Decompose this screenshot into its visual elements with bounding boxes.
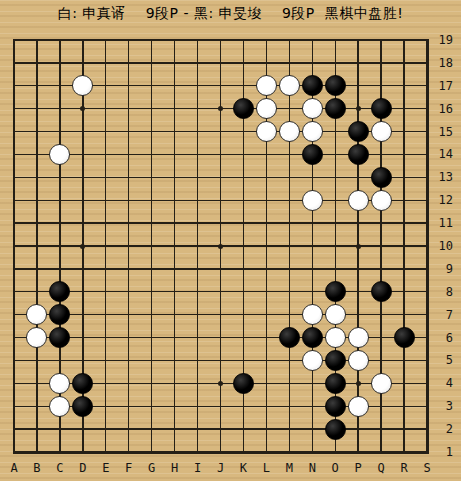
stone-white[interactable] — [302, 350, 323, 371]
column-label: M — [280, 461, 298, 475]
stone-white[interactable] — [348, 396, 369, 417]
stone-black[interactable] — [371, 281, 392, 302]
stone-black[interactable] — [325, 419, 346, 440]
stone-white[interactable] — [256, 98, 277, 119]
stone-white[interactable] — [348, 327, 369, 348]
stone-white[interactable] — [348, 190, 369, 211]
column-label: L — [257, 461, 275, 475]
stone-black[interactable] — [325, 373, 346, 394]
stone-black[interactable] — [325, 350, 346, 371]
column-label: R — [395, 461, 413, 475]
row-label: 1 — [431, 445, 453, 459]
stone-white[interactable] — [256, 75, 277, 96]
column-label: G — [143, 461, 161, 475]
stone-white[interactable] — [279, 75, 300, 96]
row-label: 10 — [431, 239, 453, 253]
stone-black[interactable] — [279, 327, 300, 348]
column-label: E — [97, 461, 115, 475]
star-point — [356, 381, 361, 386]
stone-white[interactable] — [279, 121, 300, 142]
stone-white[interactable] — [371, 373, 392, 394]
stone-white[interactable] — [371, 121, 392, 142]
stone-black[interactable] — [325, 396, 346, 417]
stone-white[interactable] — [348, 350, 369, 371]
stone-black[interactable] — [302, 144, 323, 165]
stone-black[interactable] — [348, 144, 369, 165]
stone-white[interactable] — [325, 327, 346, 348]
stone-black[interactable] — [325, 75, 346, 96]
row-label: 12 — [431, 193, 453, 207]
stone-black[interactable] — [325, 98, 346, 119]
row-label: 15 — [431, 125, 453, 139]
star-point — [218, 381, 223, 386]
stone-white[interactable] — [302, 121, 323, 142]
row-label: 4 — [431, 376, 453, 390]
stone-black[interactable] — [394, 327, 415, 348]
row-label: 9 — [431, 262, 453, 276]
stone-black[interactable] — [72, 396, 93, 417]
stone-black[interactable] — [302, 327, 323, 348]
column-label: F — [120, 461, 138, 475]
column-label: P — [349, 461, 367, 475]
row-label: 18 — [431, 56, 453, 70]
stone-black[interactable] — [302, 75, 323, 96]
stone-black[interactable] — [371, 167, 392, 188]
stone-black[interactable] — [325, 281, 346, 302]
column-label: S — [418, 461, 436, 475]
column-label: O — [326, 461, 344, 475]
column-label: B — [28, 461, 46, 475]
stone-white[interactable] — [371, 190, 392, 211]
row-label: 13 — [431, 170, 453, 184]
star-point — [218, 244, 223, 249]
column-label: Q — [372, 461, 390, 475]
row-label: 2 — [431, 422, 453, 436]
row-label: 6 — [431, 331, 453, 345]
row-label: 19 — [431, 33, 453, 47]
column-label: J — [212, 461, 230, 475]
stone-white[interactable] — [302, 98, 323, 119]
stone-white[interactable] — [302, 190, 323, 211]
stone-black[interactable] — [233, 373, 254, 394]
row-label: 17 — [431, 79, 453, 93]
stone-black[interactable] — [371, 98, 392, 119]
star-point — [80, 244, 85, 249]
row-label: 3 — [431, 399, 453, 413]
column-label: N — [303, 461, 321, 475]
row-label: 7 — [431, 308, 453, 322]
stone-black[interactable] — [348, 121, 369, 142]
go-board[interactable] — [0, 0, 461, 481]
stone-white[interactable] — [325, 304, 346, 325]
go-game-viewer: 白: 申真谞 9段P - 黑: 申旻埈 9段P 黑棋中盘胜! ABCDEFGHI… — [0, 0, 461, 481]
row-label: 16 — [431, 102, 453, 116]
row-label: 5 — [431, 353, 453, 367]
stone-black[interactable] — [233, 98, 254, 119]
stone-white[interactable] — [302, 304, 323, 325]
stone-white[interactable] — [49, 396, 70, 417]
star-point — [356, 106, 361, 111]
row-label: 11 — [431, 216, 453, 230]
row-label: 14 — [431, 147, 453, 161]
column-label: I — [189, 461, 207, 475]
star-point — [356, 244, 361, 249]
row-label: 8 — [431, 285, 453, 299]
column-label: D — [74, 461, 92, 475]
column-label: H — [166, 461, 184, 475]
column-label: K — [234, 461, 252, 475]
column-label: A — [5, 461, 23, 475]
stone-white[interactable] — [256, 121, 277, 142]
column-label: C — [51, 461, 69, 475]
